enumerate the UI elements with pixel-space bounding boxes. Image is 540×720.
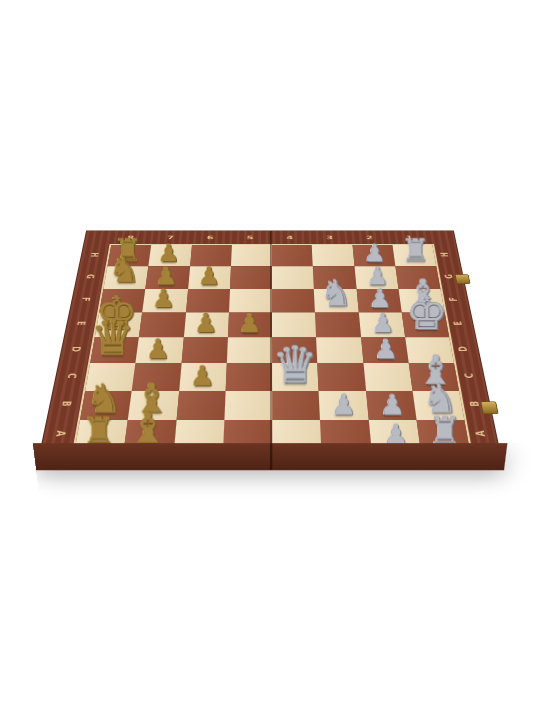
square-c4[interactable]: ♛: [272, 363, 319, 391]
board-grid: ♜♟♟♜♞♟♟♟♟♞♟♝♚♟♟♟♚♛♟♟♟♛♝♞♝♟♟♞♜♝♟♜: [72, 244, 472, 452]
brass-hinge-icon: [480, 401, 499, 414]
square-f7[interactable]: ♟: [142, 289, 187, 313]
square-d2[interactable]: ♟: [361, 337, 409, 363]
file-label-C-right: C: [455, 362, 483, 389]
file-label-G-left: G: [78, 265, 103, 287]
piece-white-R-h1[interactable]: ♜: [401, 234, 429, 266]
piece-black-P-e6[interactable]: ♟: [194, 310, 217, 336]
square-d8[interactable]: ♛: [90, 337, 139, 363]
square-e5[interactable]: ♟: [228, 312, 272, 337]
brass-hinge-icon: [455, 274, 471, 284]
piece-white-N-f3[interactable]: ♞: [320, 275, 352, 311]
square-c6[interactable]: ♟: [179, 363, 227, 391]
square-h4[interactable]: [272, 245, 313, 266]
piece-black-P-g6[interactable]: ♟: [198, 263, 220, 288]
square-h1[interactable]: ♜: [392, 245, 436, 266]
rank-label-4-far: 4: [270, 233, 310, 242]
piece-white-P-d2[interactable]: ♟: [374, 335, 398, 362]
piece-black-P-e5[interactable]: ♟: [238, 310, 261, 336]
rank-label-3-far: 3: [310, 233, 350, 242]
square-d5[interactable]: [227, 337, 272, 363]
piece-black-P-f7[interactable]: ♟: [153, 286, 176, 311]
file-label-B-left: B: [51, 390, 80, 419]
square-h3[interactable]: [312, 245, 354, 266]
square-b4[interactable]: [272, 391, 320, 420]
square-c2[interactable]: [363, 363, 412, 391]
square-b6[interactable]: [176, 391, 225, 420]
piece-white-Q-c4[interactable]: ♛: [273, 339, 318, 390]
rank-label-6-far: 6: [190, 233, 230, 242]
square-f4[interactable]: [272, 289, 315, 313]
square-e3[interactable]: [315, 312, 360, 337]
file-label-H-right: H: [433, 244, 457, 265]
product-photo-stage: { "game": "chess", "scene": "Folding woo…: [0, 0, 540, 720]
square-g4[interactable]: [272, 266, 314, 288]
file-label-C-left: C: [57, 362, 85, 389]
square-d7[interactable]: ♟: [136, 337, 184, 363]
square-e1[interactable]: ♚: [401, 312, 449, 337]
square-e4[interactable]: [272, 312, 316, 337]
square-b3[interactable]: ♟: [319, 391, 368, 420]
file-label-H-left: H: [83, 244, 107, 265]
piece-black-Q-d8[interactable]: ♛: [91, 313, 135, 362]
piece-black-P-d7[interactable]: ♟: [147, 335, 171, 362]
square-b5[interactable]: [224, 391, 272, 420]
board-side-fold-seam: [270, 443, 272, 469]
square-d3[interactable]: [316, 337, 363, 363]
chess-board: ♜♟♟♜♞♟♟♟♟♞♟♝♚♟♟♟♚♛♟♟♟♛♝♞♝♟♟♞♜♝♟♜ 8877665…: [37, 231, 503, 470]
square-h5[interactable]: [231, 245, 272, 266]
piece-black-P-c6[interactable]: ♟: [190, 362, 215, 389]
file-label-E-right: E: [445, 311, 472, 336]
file-label-D-left: D: [63, 336, 90, 362]
piece-white-P-b2[interactable]: ♟: [379, 390, 404, 418]
rank-label-5-far: 5: [230, 233, 270, 242]
square-e6[interactable]: ♟: [183, 312, 228, 337]
board-side-edge: [33, 443, 508, 469]
square-g5[interactable]: [230, 266, 272, 288]
piece-white-K-e1[interactable]: ♚: [406, 290, 447, 336]
square-b2[interactable]: ♟: [366, 391, 417, 420]
square-c5[interactable]: [225, 363, 272, 391]
piece-black-N-g8[interactable]: ♞: [109, 253, 141, 288]
square-g6[interactable]: ♟: [188, 266, 231, 288]
file-label-D-right: D: [450, 336, 477, 362]
piece-white-P-e2[interactable]: ♟: [371, 310, 394, 336]
square-f3[interactable]: ♞: [314, 289, 358, 313]
file-label-B-right: B: [460, 390, 489, 419]
square-c3[interactable]: [318, 363, 366, 391]
piece-white-P-b3[interactable]: ♟: [331, 390, 356, 418]
